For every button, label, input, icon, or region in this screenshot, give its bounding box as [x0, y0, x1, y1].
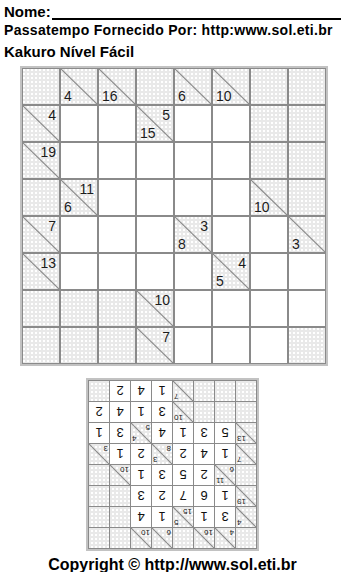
block-cell — [23, 69, 59, 104]
block-cell — [99, 328, 135, 363]
solution-digit: 1 — [152, 507, 172, 527]
clue-cell: 10 — [110, 465, 130, 485]
clue-cell: 3 — [289, 217, 325, 252]
solution-cell: 3 — [152, 465, 172, 485]
entry-cell[interactable] — [137, 180, 173, 215]
block-cell — [289, 143, 325, 178]
block-cell — [110, 507, 130, 527]
solution-cell: 1 — [131, 402, 151, 422]
kakuro-page: Nome: Passatempo Fornecido Por: http:www… — [0, 0, 345, 572]
solution-cell: 5 — [215, 423, 235, 443]
clue-cell: 10 — [137, 291, 173, 326]
down-clue: 15 — [140, 125, 156, 141]
solution-cell: 2 — [89, 402, 109, 422]
solution-cell: 1 — [131, 465, 151, 485]
across-clue: 5 — [162, 107, 170, 123]
name-label: Nome: — [4, 3, 51, 20]
block-cell — [89, 507, 109, 527]
clue-cell: 7 — [173, 381, 193, 401]
down-clue: 3 — [292, 236, 300, 252]
clue-cell: 16 — [194, 528, 214, 548]
name-row: Nome: — [4, 3, 341, 20]
solution-digit: 3 — [215, 507, 235, 527]
down-clue: 5 — [146, 423, 150, 432]
down-clue: 6 — [178, 88, 186, 104]
solution-cell: 4 — [194, 444, 214, 464]
across-clue: 3 — [153, 455, 157, 464]
entry-cell[interactable] — [61, 254, 97, 289]
copyright-line: Copyright © http://www.sol.eti.br — [4, 555, 341, 572]
solution-digit: 3 — [110, 423, 130, 443]
clue-cell: 3 — [89, 444, 109, 464]
solution-digit: 2 — [110, 381, 130, 401]
solution-cell: 4 — [110, 402, 130, 422]
kakuro-puzzle-board: 4166104515191161073831345107 — [20, 66, 328, 366]
down-clue: 6 — [167, 528, 171, 537]
entry-cell[interactable] — [213, 106, 249, 141]
solution-digit: 4 — [131, 507, 151, 527]
clue-cell: 6 — [152, 528, 172, 548]
solution-cell: 3 — [215, 507, 235, 527]
solution-cell: 1 — [215, 444, 235, 464]
solution-cell: 4 — [131, 507, 151, 527]
block-cell — [215, 381, 235, 401]
entry-cell[interactable] — [99, 217, 135, 252]
name-blank-line[interactable] — [52, 4, 341, 20]
clue-cell: 13 — [236, 423, 256, 443]
block-cell — [236, 528, 256, 548]
clue-cell: 4 — [61, 69, 97, 104]
entry-cell[interactable] — [175, 328, 211, 363]
solution-cell: 1 — [173, 423, 193, 443]
entry-cell[interactable] — [289, 254, 325, 289]
solution-cell: 3 — [131, 486, 151, 506]
across-clue: 4 — [238, 255, 246, 271]
block-cell — [89, 486, 109, 506]
solution-digit: 2 — [131, 444, 151, 464]
solution-cell: 1 — [194, 507, 214, 527]
entry-cell[interactable] — [137, 254, 173, 289]
clue-cell: 13 — [23, 254, 59, 289]
solution-cell: 3 — [152, 402, 172, 422]
solution-digit: 4 — [131, 381, 151, 401]
block-cell — [289, 180, 325, 215]
entry-cell[interactable] — [213, 291, 249, 326]
entry-cell[interactable] — [99, 180, 135, 215]
down-clue: 5 — [216, 273, 224, 289]
solution-cell: 1 — [89, 423, 109, 443]
across-clue: 19 — [40, 144, 56, 160]
down-clue: 10 — [141, 528, 150, 537]
entry-cell[interactable] — [137, 143, 173, 178]
block-cell — [110, 486, 130, 506]
block-cell — [194, 381, 214, 401]
solution-cell: 1 — [152, 507, 172, 527]
clue-cell: 515 — [173, 507, 193, 527]
entry-cell[interactable] — [175, 254, 211, 289]
block-cell — [110, 528, 130, 548]
across-clue: 10 — [174, 413, 183, 422]
page-title: Kakuro Nível Fácil — [4, 42, 341, 61]
provider-line: Passatempo Fornecido Por: http:www.sol.e… — [4, 21, 341, 40]
clue-cell: 45 — [213, 254, 249, 289]
across-clue: 3 — [200, 218, 208, 234]
solution-digit: 1 — [131, 402, 151, 422]
solution-digit: 5 — [215, 423, 235, 443]
entry-cell[interactable] — [251, 254, 287, 289]
clue-cell: 4 — [23, 106, 59, 141]
block-cell — [215, 402, 235, 422]
clue-cell: 19 — [23, 143, 59, 178]
solution-cell: 6 — [194, 486, 214, 506]
across-clue: 19 — [237, 497, 246, 506]
entry-cell[interactable] — [251, 291, 287, 326]
solution-digit: 3 — [152, 465, 172, 485]
block-cell — [23, 328, 59, 363]
clue-cell: 10 — [131, 528, 151, 548]
down-clue: 6 — [230, 465, 234, 474]
clue-cell: 116 — [61, 180, 97, 215]
solution-cell: 2 — [194, 465, 214, 485]
block-cell — [89, 465, 109, 485]
block-cell — [251, 69, 287, 104]
block-cell — [137, 69, 173, 104]
down-clue: 10 — [216, 88, 232, 104]
down-clue: 4 — [64, 88, 72, 104]
clue-cell: 45 — [131, 423, 151, 443]
solution-cell: 3 — [194, 423, 214, 443]
across-clue: 7 — [48, 218, 56, 234]
entry-cell[interactable] — [289, 291, 325, 326]
entry-cell[interactable] — [99, 143, 135, 178]
clue-cell: 7 — [23, 217, 59, 252]
down-clue: 3 — [104, 444, 108, 453]
block-cell — [251, 106, 287, 141]
solution-digit: 1 — [173, 423, 193, 443]
solution-digit: 1 — [89, 423, 109, 443]
solution-digit: 5 — [173, 465, 193, 485]
solution-digit: 6 — [194, 486, 214, 506]
entry-cell[interactable] — [137, 217, 173, 252]
entry-cell[interactable] — [61, 106, 97, 141]
across-clue: 4 — [132, 434, 136, 443]
block-cell — [251, 143, 287, 178]
solution-digit: 2 — [89, 402, 109, 422]
entry-cell[interactable] — [175, 106, 211, 141]
clue-cell: 19 — [236, 486, 256, 506]
across-clue: 7 — [237, 455, 241, 464]
block-cell — [23, 291, 59, 326]
block-cell — [289, 69, 325, 104]
block-cell — [236, 402, 256, 422]
block-cell — [23, 180, 59, 215]
across-clue: 13 — [237, 434, 246, 443]
entry-cell[interactable] — [175, 180, 211, 215]
solution-digit: 3 — [194, 423, 214, 443]
solution-digit: 1 — [215, 486, 235, 506]
block-cell — [236, 381, 256, 401]
entry-cell[interactable] — [213, 328, 249, 363]
clue-cell: 38 — [175, 217, 211, 252]
across-clue: 7 — [174, 392, 178, 401]
clue-cell: 10 — [213, 69, 249, 104]
entry-cell[interactable] — [213, 180, 249, 215]
solution-board-wrap: 4166104315151419167231162531107142382131… — [4, 378, 341, 551]
block-cell — [289, 328, 325, 363]
solution-cell: 2 — [110, 381, 130, 401]
block-cell — [194, 402, 214, 422]
down-clue: 10 — [120, 465, 129, 474]
across-clue: 5 — [174, 518, 178, 527]
down-clue: 16 — [102, 88, 118, 104]
down-clue: 8 — [167, 444, 171, 453]
entry-cell[interactable] — [99, 254, 135, 289]
solution-digit: 4 — [110, 402, 130, 422]
down-clue: 15 — [183, 507, 192, 516]
entry-cell[interactable] — [251, 217, 287, 252]
across-clue: 11 — [216, 476, 224, 485]
solution-digit: 3 — [152, 402, 172, 422]
solution-cell: 4 — [152, 423, 172, 443]
clue-cell: 7 — [236, 444, 256, 464]
entry-cell[interactable] — [251, 328, 287, 363]
entry-cell[interactable] — [175, 143, 211, 178]
solution-cell: 1 — [215, 486, 235, 506]
solution-digit: 1 — [215, 444, 235, 464]
entry-cell[interactable] — [99, 106, 135, 141]
down-clue: 6 — [64, 199, 72, 215]
clue-cell: 4 — [236, 507, 256, 527]
solution-digit: 2 — [194, 465, 214, 485]
across-clue: 7 — [162, 329, 170, 345]
down-clue: 10 — [254, 199, 270, 215]
clue-cell: 515 — [137, 106, 173, 141]
across-clue: 13 — [40, 255, 56, 271]
solution-digit: 4 — [152, 423, 172, 443]
across-clue: 10 — [154, 292, 170, 308]
block-cell — [61, 328, 97, 363]
clue-cell: 6 — [175, 69, 211, 104]
block-cell — [89, 381, 109, 401]
clue-cell: 4 — [215, 528, 235, 548]
clue-cell: 10 — [251, 180, 287, 215]
across-clue: 4 — [237, 518, 241, 527]
across-clue: 11 — [79, 181, 94, 197]
solution-digit: 3 — [131, 486, 151, 506]
clue-cell: 16 — [99, 69, 135, 104]
solution-cell: 3 — [110, 423, 130, 443]
solution-cell: 2 — [131, 444, 151, 464]
solution-digit: 1 — [110, 444, 130, 464]
entry-cell[interactable] — [175, 291, 211, 326]
kakuro-solution-board-rotated: 4166104315151419167231162531107142382131… — [86, 378, 259, 551]
down-clue: 16 — [204, 528, 213, 537]
across-clue: 4 — [48, 107, 56, 123]
entry-cell[interactable] — [61, 143, 97, 178]
clue-cell: 116 — [215, 465, 235, 485]
solution-digit: 4 — [194, 444, 214, 464]
solution-cell: 2 — [173, 444, 193, 464]
down-clue: 4 — [230, 528, 234, 537]
down-clue: 8 — [178, 236, 186, 252]
solution-digit: 1 — [194, 507, 214, 527]
clue-cell: 38 — [152, 444, 172, 464]
solution-digit: 1 — [131, 465, 151, 485]
solution-cell: 1 — [110, 444, 130, 464]
block-cell — [61, 291, 97, 326]
solution-cell: 4 — [131, 381, 151, 401]
solution-cell: 2 — [152, 486, 172, 506]
solution-cell: 5 — [173, 465, 193, 485]
clue-cell: 7 — [137, 328, 173, 363]
entry-cell[interactable] — [213, 143, 249, 178]
entry-cell[interactable] — [61, 217, 97, 252]
block-cell — [289, 106, 325, 141]
solution-digit: 2 — [152, 486, 172, 506]
solution-digit: 2 — [173, 444, 193, 464]
block-cell — [89, 528, 109, 548]
clue-cell: 10 — [173, 402, 193, 422]
block-cell — [173, 528, 193, 548]
solution-digit: 7 — [173, 486, 193, 506]
block-cell — [99, 291, 135, 326]
solution-cell: 7 — [173, 486, 193, 506]
solution-cell: 1 — [152, 381, 172, 401]
block-cell — [236, 465, 256, 485]
entry-cell[interactable] — [213, 217, 249, 252]
solution-digit: 1 — [152, 381, 172, 401]
